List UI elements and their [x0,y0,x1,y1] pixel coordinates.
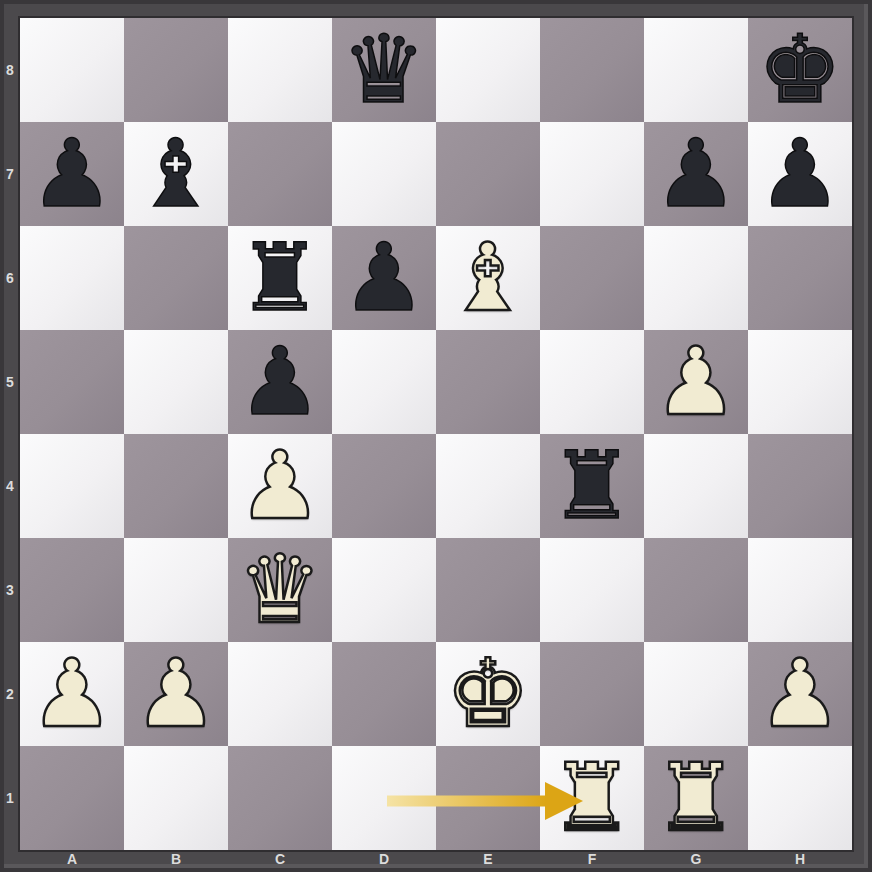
square-b6[interactable] [124,226,228,330]
square-c3[interactable]: ♛ [228,538,332,642]
square-b5[interactable] [124,330,228,434]
square-c6[interactable]: ♜ [228,226,332,330]
file-label-g: G [644,850,748,868]
rank-label-1: 1 [0,746,20,850]
square-h3[interactable] [748,538,852,642]
square-a5[interactable] [20,330,124,434]
rank-label-4: 4 [0,434,20,538]
file-label-c: C [228,850,332,868]
square-e8[interactable] [436,18,540,122]
rank-label-8: 8 [0,18,20,122]
rank-label-5: 5 [0,330,20,434]
square-d7[interactable] [332,122,436,226]
rank-label-3: 3 [0,538,20,642]
square-f1[interactable]: ♜ [540,746,644,850]
square-a3[interactable] [20,538,124,642]
square-c7[interactable] [228,122,332,226]
white-queen-piece: ♛ [238,538,322,642]
white-pawn-piece: ♟ [30,642,114,746]
square-b2[interactable]: ♟ [124,642,228,746]
square-f8[interactable] [540,18,644,122]
square-b1[interactable] [124,746,228,850]
rank-labels: 87654321 [0,18,20,850]
file-label-d: D [332,850,436,868]
square-b4[interactable] [124,434,228,538]
square-d4[interactable] [332,434,436,538]
square-d8[interactable]: ♛ [332,18,436,122]
black-rook-piece: ♜ [550,434,634,538]
square-f2[interactable] [540,642,644,746]
square-h4[interactable] [748,434,852,538]
square-g4[interactable] [644,434,748,538]
square-h6[interactable] [748,226,852,330]
square-d2[interactable] [332,642,436,746]
black-bishop-piece: ♝ [134,122,218,226]
square-c8[interactable] [228,18,332,122]
square-a1[interactable] [20,746,124,850]
square-e2[interactable]: ♚ [436,642,540,746]
square-h8[interactable]: ♚ [748,18,852,122]
square-b8[interactable] [124,18,228,122]
square-g6[interactable] [644,226,748,330]
square-a4[interactable] [20,434,124,538]
square-b7[interactable]: ♝ [124,122,228,226]
white-bishop-piece: ♝ [446,226,530,330]
square-f3[interactable] [540,538,644,642]
white-pawn-piece: ♟ [758,642,842,746]
square-a2[interactable]: ♟ [20,642,124,746]
chess-board: ♛♚♟♝♟♟♜♟♝♟♟♟♜♛♟♟♚♟♜♜ [20,18,852,850]
square-e7[interactable] [436,122,540,226]
black-king-piece: ♚ [758,18,842,122]
square-f4[interactable]: ♜ [540,434,644,538]
square-g8[interactable] [644,18,748,122]
square-e6[interactable]: ♝ [436,226,540,330]
file-label-b: B [124,850,228,868]
square-b3[interactable] [124,538,228,642]
white-pawn-piece: ♟ [654,330,738,434]
white-rook-piece: ♜ [654,746,738,850]
square-e3[interactable] [436,538,540,642]
square-h5[interactable] [748,330,852,434]
square-c2[interactable] [228,642,332,746]
square-d1[interactable] [332,746,436,850]
rank-label-7: 7 [0,122,20,226]
white-pawn-piece: ♟ [134,642,218,746]
square-e4[interactable] [436,434,540,538]
square-c4[interactable]: ♟ [228,434,332,538]
black-rook-piece: ♜ [238,226,322,330]
square-g7[interactable]: ♟ [644,122,748,226]
file-label-f: F [540,850,644,868]
square-g1[interactable]: ♜ [644,746,748,850]
black-queen-piece: ♛ [342,18,426,122]
file-label-a: A [20,850,124,868]
square-d5[interactable] [332,330,436,434]
rank-label-6: 6 [0,226,20,330]
square-d3[interactable] [332,538,436,642]
square-f7[interactable] [540,122,644,226]
rank-label-2: 2 [0,642,20,746]
file-label-e: E [436,850,540,868]
black-pawn-piece: ♟ [758,122,842,226]
square-e5[interactable] [436,330,540,434]
file-label-h: H [748,850,852,868]
square-h1[interactable] [748,746,852,850]
square-g3[interactable] [644,538,748,642]
square-c5[interactable]: ♟ [228,330,332,434]
square-a8[interactable] [20,18,124,122]
black-pawn-piece: ♟ [654,122,738,226]
square-g5[interactable]: ♟ [644,330,748,434]
file-labels: ABCDEFGH [20,850,852,868]
square-f5[interactable] [540,330,644,434]
black-pawn-piece: ♟ [238,330,322,434]
white-rook-piece: ♜ [550,746,634,850]
square-a7[interactable]: ♟ [20,122,124,226]
square-a6[interactable] [20,226,124,330]
chessboard-frame: 87654321 ♛♚♟♝♟♟♜♟♝♟♟♟♜♛♟♟♚♟♜♜ ABCDEFGH [0,0,872,872]
square-e1[interactable] [436,746,540,850]
black-pawn-piece: ♟ [30,122,114,226]
white-king-piece: ♚ [446,642,530,746]
square-c1[interactable] [228,746,332,850]
square-h7[interactable]: ♟ [748,122,852,226]
white-pawn-piece: ♟ [238,434,322,538]
square-h2[interactable]: ♟ [748,642,852,746]
square-f6[interactable] [540,226,644,330]
black-pawn-piece: ♟ [342,226,426,330]
square-d6[interactable]: ♟ [332,226,436,330]
square-g2[interactable] [644,642,748,746]
